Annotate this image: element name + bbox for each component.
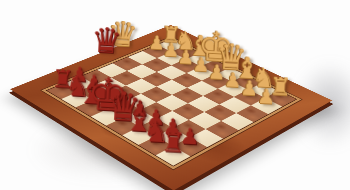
- piece-boxwood-p-h2: ♟: [129, 32, 185, 53]
- square-e4: [157, 80, 188, 95]
- square-f1: ♝: [186, 53, 215, 67]
- piece-boxwood-b-f1: ♝: [172, 31, 229, 62]
- piece-boxwood-n-g1: ♞: [157, 27, 213, 55]
- playing-surface: ♜♞♝♚♛♝♞♜♟♟♟♟♟♟♟♟♟♟♟♟♟♟♟♟♜♞♝♚♛♝♞♜: [46, 39, 297, 167]
- square-g3: [142, 58, 171, 72]
- piece-boxwood-q-d1: ♛: [202, 38, 261, 76]
- photo-scene: ♜♞♝♚♛♝♞♜♟♟♟♟♟♟♟♟♟♟♟♟♟♟♟♟♜♞♝♚♛♝♞♜ ♛♛: [0, 0, 350, 190]
- extra-red-queen: ♛: [77, 22, 135, 60]
- extra-boxwood-queen: ♛: [94, 16, 151, 53]
- square-e3: [172, 73, 202, 88]
- square-g2: ♟: [157, 52, 186, 65]
- square-a8: ♜: [156, 146, 191, 165]
- piece-boxwood-p-g2: ♟: [143, 39, 200, 61]
- square-d3: [187, 81, 218, 96]
- square-d2: ♟: [202, 74, 232, 89]
- square-h2: ♟: [143, 45, 172, 58]
- piece-boxwood-p-d2: ♟: [187, 61, 246, 83]
- piece-boxwood-r-h1: ♜: [143, 23, 198, 48]
- square-f2: ♟: [171, 59, 200, 73]
- square-d1: ♛: [216, 68, 246, 82]
- piece-boxwood-p-f2: ♟: [157, 46, 215, 68]
- square-h1: ♜: [157, 39, 185, 52]
- square-g1: ♞: [171, 46, 199, 59]
- square-e2: ♟: [186, 66, 216, 80]
- piece-boxwood-p-e2: ♟: [172, 53, 230, 75]
- square-a2: ♟: [251, 98, 282, 114]
- piece-red-r-a8: ♜: [139, 128, 207, 158]
- piece-boxwood-b-c1: ♝: [217, 52, 277, 84]
- square-f4: [142, 72, 172, 87]
- piece-boxwood-p-a2: ♟: [235, 85, 297, 108]
- square-h3: [128, 51, 157, 64]
- piece-boxwood-k-e1: ♚: [186, 25, 245, 68]
- chess-board: ♜♞♝♚♛♝♞♜♟♟♟♟♟♟♟♟♟♟♟♟♟♟♟♟♜♞♝♚♛♝♞♜ ♛♛: [10, 25, 332, 190]
- square-f3: [157, 65, 187, 79]
- square-e1: ♚: [201, 60, 230, 74]
